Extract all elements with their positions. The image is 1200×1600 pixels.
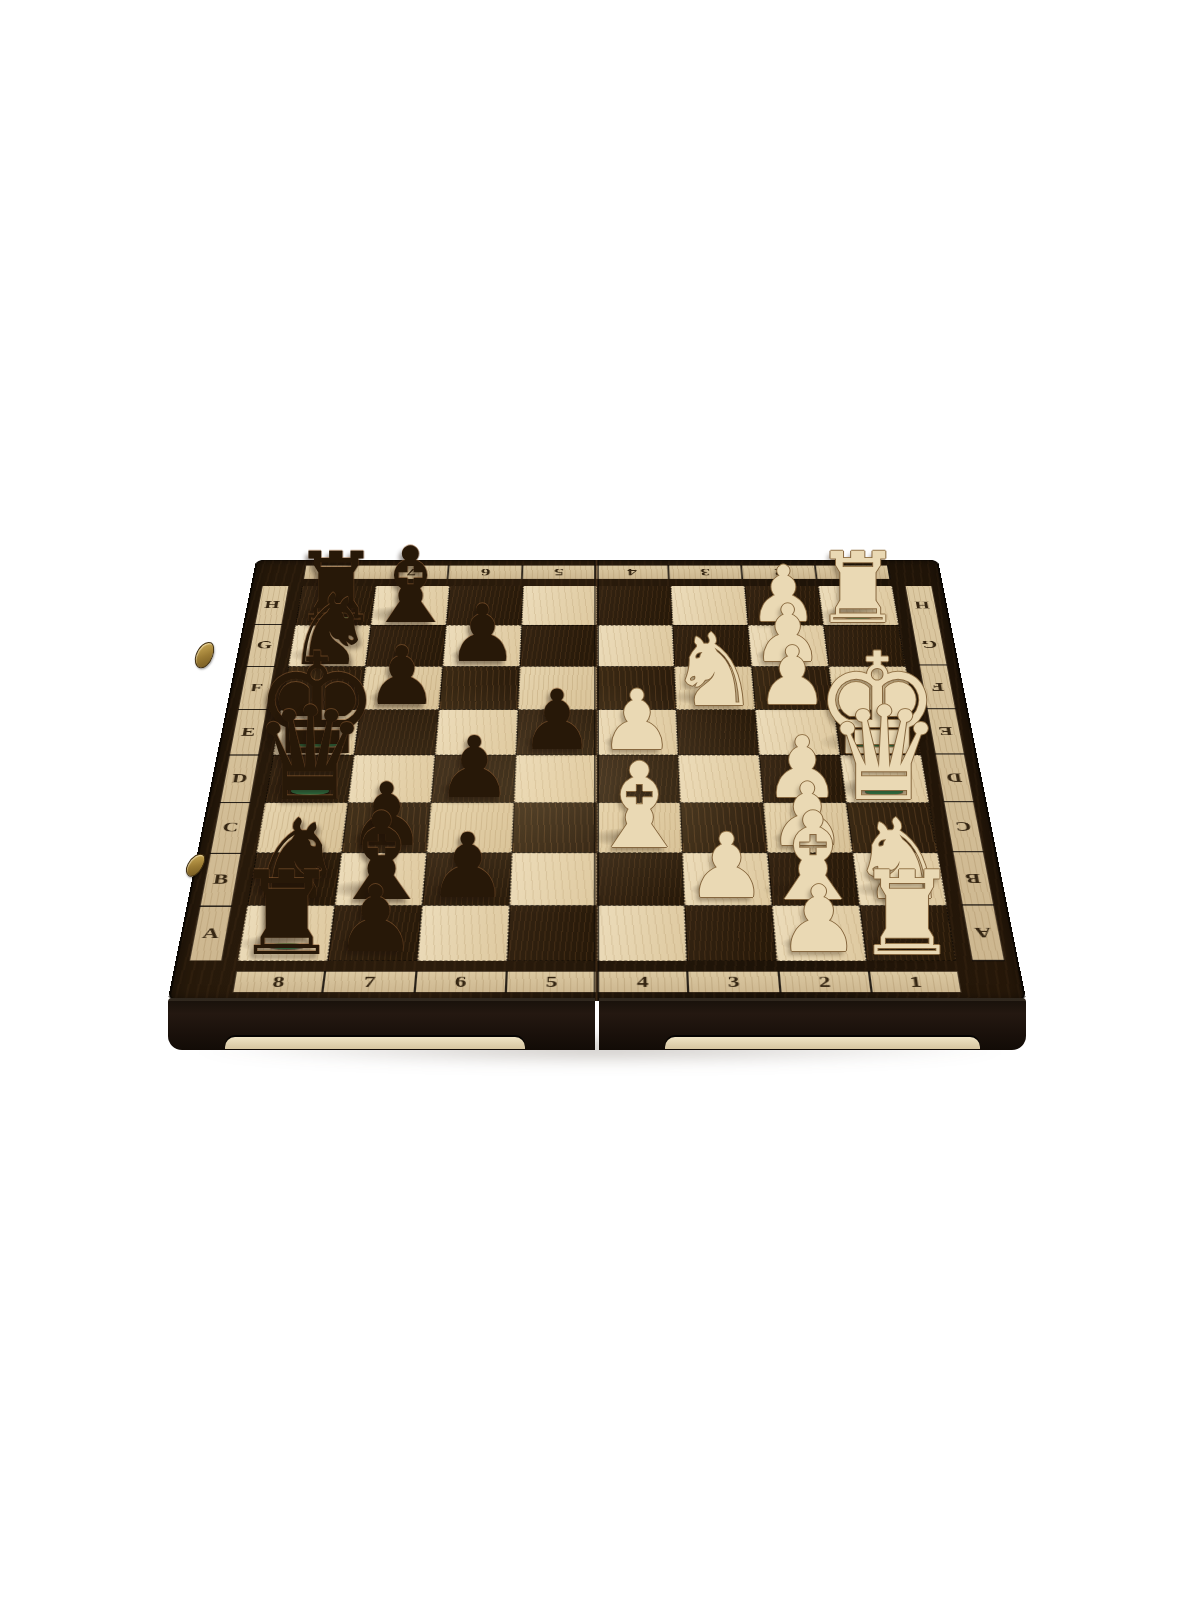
rank-label: 2: [742, 565, 817, 579]
chess-board: 87654321 87654321 HGFEDCBA HGFEDCBA: [167, 560, 1026, 1002]
square-f6: [439, 666, 520, 709]
square-e3: [676, 710, 759, 755]
rank-label: 1: [815, 565, 890, 579]
square-g6: [443, 625, 522, 666]
square-c2: [763, 803, 852, 853]
square-a2: [772, 905, 867, 961]
square-a8: [238, 905, 335, 961]
rank-label: 6: [413, 971, 505, 993]
fold-seam: [594, 560, 600, 1002]
square-a1: [859, 905, 956, 961]
square-a7: [328, 905, 423, 961]
rank-label: 2: [777, 971, 870, 993]
rank-label: 6: [449, 565, 523, 579]
square-e1: [834, 710, 921, 755]
square-b5: [510, 853, 597, 906]
square-g1: [823, 625, 906, 666]
square-g5: [520, 625, 597, 666]
square-b6: [422, 853, 512, 906]
square-e2: [755, 710, 840, 755]
square-c8: [256, 803, 348, 853]
product-photo: 87654321 87654321 HGFEDCBA HGFEDCBA ♜♞♚♛…: [0, 0, 1200, 1600]
rank-label: 7: [321, 971, 414, 993]
rank-label: 3: [686, 971, 778, 993]
square-d4: [597, 755, 680, 803]
square-c4: [597, 803, 682, 853]
rank-label: 8: [303, 565, 377, 579]
square-a6: [417, 905, 509, 961]
square-a5: [507, 905, 597, 961]
square-e8: [273, 710, 360, 755]
square-h7: [371, 586, 450, 625]
square-d6: [431, 755, 516, 803]
square-f7: [360, 666, 443, 709]
rank-label: 4: [596, 565, 670, 579]
square-f2: [751, 666, 834, 709]
square-h1: [818, 586, 899, 625]
rank-label: 1: [867, 971, 961, 993]
box-base-right-half: [599, 998, 1026, 1050]
square-a3: [684, 905, 776, 961]
square-b2: [767, 853, 859, 906]
square-h6: [446, 586, 523, 625]
square-g3: [672, 625, 751, 666]
square-d5: [514, 755, 597, 803]
square-b8: [247, 853, 341, 906]
square-f4: [597, 666, 676, 709]
square-h5: [522, 586, 597, 625]
rank-label: 7: [375, 565, 450, 579]
finger-notch: [665, 1037, 980, 1049]
square-e4: [597, 710, 678, 755]
square-b7: [335, 853, 427, 906]
rank-label: 5: [522, 565, 596, 579]
square-g8: [288, 625, 371, 666]
square-d3: [678, 755, 763, 803]
square-f1: [829, 666, 914, 709]
brass-clasp: [192, 639, 217, 671]
square-g2: [748, 625, 829, 666]
rank-label: 5: [504, 971, 595, 993]
square-b3: [682, 853, 772, 906]
square-c7: [341, 803, 430, 853]
square-d1: [840, 755, 929, 803]
square-f5: [518, 666, 597, 709]
square-f3: [674, 666, 755, 709]
square-a4: [597, 905, 687, 961]
square-g7: [365, 625, 446, 666]
square-e5: [516, 710, 597, 755]
square-g4: [597, 625, 674, 666]
square-h4: [597, 586, 672, 625]
square-c5: [512, 803, 597, 853]
square-c6: [427, 803, 514, 853]
square-e7: [354, 710, 439, 755]
rank-label: 4: [596, 971, 687, 993]
square-h8: [295, 586, 376, 625]
box-base-left-half: [168, 998, 595, 1050]
square-d7: [348, 755, 435, 803]
square-h3: [671, 586, 748, 625]
square-f8: [281, 666, 366, 709]
square-d8: [265, 755, 354, 803]
finger-notch: [225, 1037, 525, 1049]
square-c3: [680, 803, 767, 853]
square-e6: [435, 710, 518, 755]
square-b4: [597, 853, 684, 906]
square-b1: [853, 853, 947, 906]
rank-label: 8: [232, 971, 324, 993]
rank-label: 3: [669, 565, 743, 579]
square-c1: [846, 803, 938, 853]
square-d2: [759, 755, 846, 803]
square-h2: [745, 586, 824, 625]
